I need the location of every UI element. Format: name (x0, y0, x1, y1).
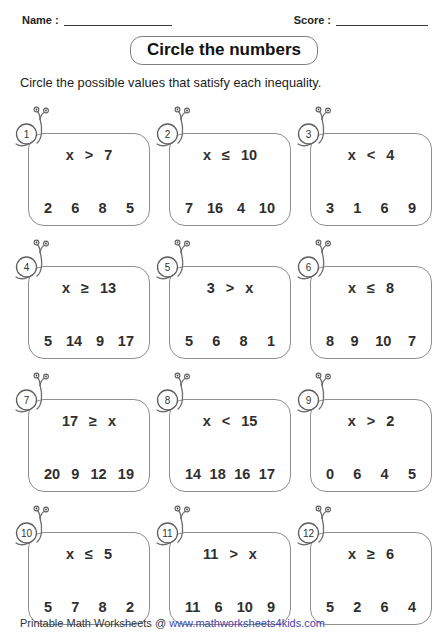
choice-number[interactable]: 5 (44, 333, 52, 349)
svg-text:6: 6 (306, 262, 312, 273)
svg-text:1: 1 (24, 129, 30, 140)
footer-link[interactable]: www.mathworksheets4kids.com (169, 617, 325, 629)
choice-row: 14 18 16 17 (185, 466, 275, 482)
snail-number-badge-icon: 6 (294, 238, 341, 283)
choice-number[interactable]: 8 (99, 200, 107, 216)
snail-number-badge-icon: 9 (294, 371, 341, 416)
score-field[interactable] (336, 14, 428, 26)
problem-card: 3 x<4 3 1 6 9 (310, 133, 432, 226)
choice-number[interactable]: 5 (44, 599, 52, 615)
svg-text:9: 9 (306, 395, 312, 406)
snail-number-badge-icon: 2 (153, 105, 200, 150)
problem-card: 11 11>x 11 6 10 9 (169, 532, 291, 625)
snail-number-badge-icon: 10 (12, 504, 59, 549)
choice-number[interactable]: 6 (381, 599, 389, 615)
choice-number[interactable]: 9 (408, 200, 416, 216)
choice-number[interactable]: 6 (71, 200, 79, 216)
choice-number[interactable]: 8 (326, 333, 334, 349)
problem-card: 4 x≥13 5 14 9 17 (28, 266, 150, 359)
snail-number-badge-icon: 5 (153, 238, 200, 283)
svg-text:7: 7 (24, 395, 30, 406)
problem-card: 6 x≤8 8 9 10 7 (310, 266, 432, 359)
choice-number[interactable]: 14 (185, 466, 201, 482)
svg-text:3: 3 (306, 129, 312, 140)
choice-number[interactable]: 9 (71, 466, 79, 482)
choice-number[interactable]: 6 (381, 200, 389, 216)
choice-number[interactable]: 5 (126, 200, 134, 216)
choice-number[interactable]: 6 (214, 599, 222, 615)
snail-number-badge-icon: 1 (12, 105, 59, 150)
choice-row: 5 2 6 4 (326, 599, 416, 615)
choice-number[interactable]: 1 (267, 333, 275, 349)
snail-number-badge-icon: 4 (12, 238, 59, 283)
problem-card: 7 17≥x 20 9 12 19 (28, 399, 150, 492)
choice-number[interactable]: 17 (118, 333, 134, 349)
snail-number-badge-icon: 7 (12, 371, 59, 416)
problem-card: 9 x>2 0 6 4 5 (310, 399, 432, 492)
choice-number[interactable]: 9 (351, 333, 359, 349)
choice-number[interactable]: 8 (99, 599, 107, 615)
problem-card: 10 x≤5 5 7 8 2 (28, 532, 150, 625)
choice-number[interactable]: 17 (259, 466, 275, 482)
choice-row: 5 6 8 1 (185, 333, 275, 349)
choice-number[interactable]: 20 (44, 466, 60, 482)
problem-card: 5 3>x 5 6 8 1 (169, 266, 291, 359)
choice-number[interactable]: 10 (237, 599, 253, 615)
choice-number[interactable]: 5 (185, 333, 193, 349)
choice-number[interactable]: 9 (96, 333, 104, 349)
choice-number[interactable]: 5 (326, 599, 334, 615)
choice-number[interactable]: 6 (353, 466, 361, 482)
choice-number[interactable]: 1 (353, 200, 361, 216)
choice-number[interactable]: 10 (259, 200, 275, 216)
choice-number[interactable]: 2 (126, 599, 134, 615)
choice-number[interactable]: 2 (353, 599, 361, 615)
choice-number[interactable]: 2 (44, 200, 52, 216)
choice-number[interactable]: 11 (185, 599, 200, 615)
svg-text:2: 2 (165, 129, 171, 140)
snail-number-badge-icon: 8 (153, 371, 200, 416)
choice-number[interactable]: 12 (91, 466, 107, 482)
choice-row: 5 7 8 2 (44, 599, 134, 615)
problem-card: 8 x<15 14 18 16 17 (169, 399, 291, 492)
name-label: Name : (22, 14, 59, 26)
choice-number[interactable]: 18 (210, 466, 226, 482)
choice-number[interactable]: 7 (408, 333, 416, 349)
header: Name : Score : (0, 0, 448, 26)
choice-number[interactable]: 6 (212, 333, 220, 349)
choice-number[interactable]: 14 (66, 333, 82, 349)
svg-text:10: 10 (21, 528, 33, 539)
choice-number[interactable]: 4 (381, 466, 389, 482)
choice-number[interactable]: 0 (326, 466, 334, 482)
choice-number[interactable]: 10 (375, 333, 391, 349)
choice-row: 20 9 12 19 (44, 466, 134, 482)
choice-number[interactable]: 4 (408, 599, 416, 615)
choice-number[interactable]: 7 (185, 200, 193, 216)
svg-text:4: 4 (24, 262, 30, 273)
choice-number[interactable]: 5 (408, 466, 416, 482)
svg-text:8: 8 (165, 395, 171, 406)
page-title: Circle the numbers (130, 36, 318, 65)
score-label: Score : (294, 14, 331, 26)
svg-text:5: 5 (165, 262, 171, 273)
choice-number[interactable]: 19 (118, 466, 134, 482)
choice-number[interactable]: 9 (267, 599, 275, 615)
choice-number[interactable]: 16 (234, 466, 250, 482)
snail-number-badge-icon: 3 (294, 105, 341, 150)
snail-number-badge-icon: 11 (153, 504, 200, 549)
choice-row: 2 6 8 5 (44, 200, 134, 216)
choice-number[interactable]: 16 (207, 200, 223, 216)
footer: Printable Math Worksheets @ www.mathwork… (20, 617, 325, 629)
choice-row: 7 16 4 10 (185, 200, 275, 216)
problem-card: 2 x≤10 7 16 4 10 (169, 133, 291, 226)
choice-row: 11 6 10 9 (185, 599, 275, 615)
choice-number[interactable]: 7 (71, 599, 79, 615)
choice-number[interactable]: 3 (326, 200, 334, 216)
svg-text:11: 11 (162, 528, 173, 539)
choice-row: 8 9 10 7 (326, 333, 416, 349)
svg-text:12: 12 (303, 528, 315, 539)
problem-grid: 1 x>7 2 6 8 5 2 x≤10 7 16 4 (0, 133, 448, 625)
choice-number[interactable]: 8 (240, 333, 248, 349)
snail-number-badge-icon: 12 (294, 504, 341, 549)
footer-prefix: Printable Math Worksheets @ (20, 617, 169, 629)
choice-row: 3 1 6 9 (326, 200, 416, 216)
problem-card: 12 x≥6 5 2 6 4 (310, 532, 432, 625)
problem-card: 1 x>7 2 6 8 5 (28, 133, 150, 226)
name-field[interactable] (64, 14, 172, 26)
instruction-text: Circle the possible values that satisfy … (20, 75, 448, 90)
choice-number[interactable]: 4 (237, 200, 245, 216)
choice-row: 0 6 4 5 (326, 466, 416, 482)
choice-row: 5 14 9 17 (44, 333, 134, 349)
